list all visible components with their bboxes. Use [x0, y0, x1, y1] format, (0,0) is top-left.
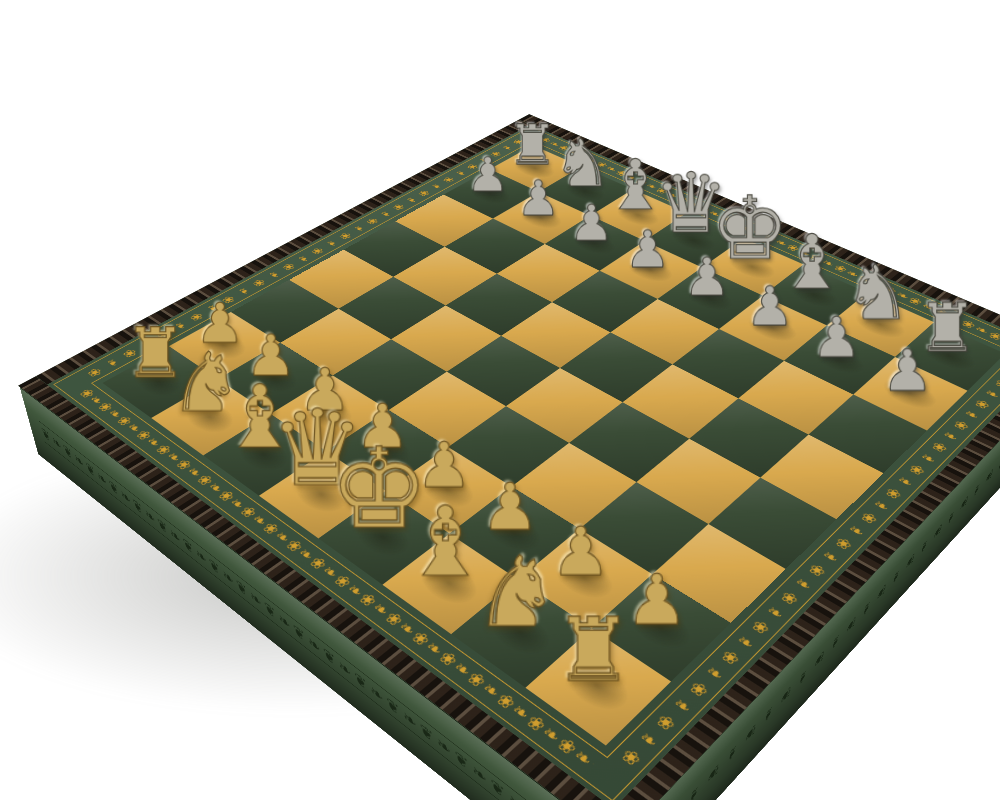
white-rook-glyph: ♜: [554, 607, 633, 695]
black-pawn-glyph: ♟: [466, 152, 508, 199]
black-pawn-glyph: ♟: [569, 199, 614, 249]
black-knight-glyph: ♞: [553, 131, 612, 196]
square-g6[interactable]: [738, 361, 853, 435]
black-pawn-glyph: ♟: [625, 224, 671, 275]
board-grid: ♜♞♝♛♚♝♞♜♟♟♟♟♟♟♟♟♟♟♟♟♟♟♟♟♜♞♝♛♚♝♞♜: [102, 145, 1000, 745]
chess-board: ❀❧❀❧❀❧❀❧❀❧❀❧❀❧❀❧❀❧❀❧❀❧❀❧❀❧❀❧❀❧❀❧❀❧❀❧❀❧❀❧…: [18, 114, 1000, 800]
board-surface: ❀❧❀❧❀❧❀❧❀❧❀❧❀❧❀❧❀❧❀❧❀❧❀❧❀❧❀❧❀❧❀❧❀❧❀❧❀❧❀❧…: [18, 114, 1000, 800]
black-pawn-glyph: ♟: [683, 251, 730, 303]
black-pawn-glyph: ♟: [745, 280, 793, 334]
white-pawn-glyph: ♟: [481, 475, 539, 540]
scene-3d: ❀❧❀❧❀❧❀❧❀❧❀❧❀❧❀❧❀❧❀❧❀❧❀❧❀❧❀❧❀❧❀❧❀❧❀❧❀❧❀❧…: [0, 0, 1000, 800]
photo-backdrop: ❀❧❀❧❀❧❀❧❀❧❀❧❀❧❀❧❀❧❀❧❀❧❀❧❀❧❀❧❀❧❀❧❀❧❀❧❀❧❀❧…: [0, 0, 1000, 800]
white-knight-glyph: ♞: [473, 544, 560, 641]
black-pawn-glyph: ♟: [516, 174, 559, 222]
black-pawn-glyph: ♟: [811, 310, 861, 366]
black-pawn-glyph: ♟: [881, 342, 932, 399]
black-rook-glyph: ♜: [507, 118, 557, 174]
white-pawn-glyph: ♟: [625, 566, 687, 636]
